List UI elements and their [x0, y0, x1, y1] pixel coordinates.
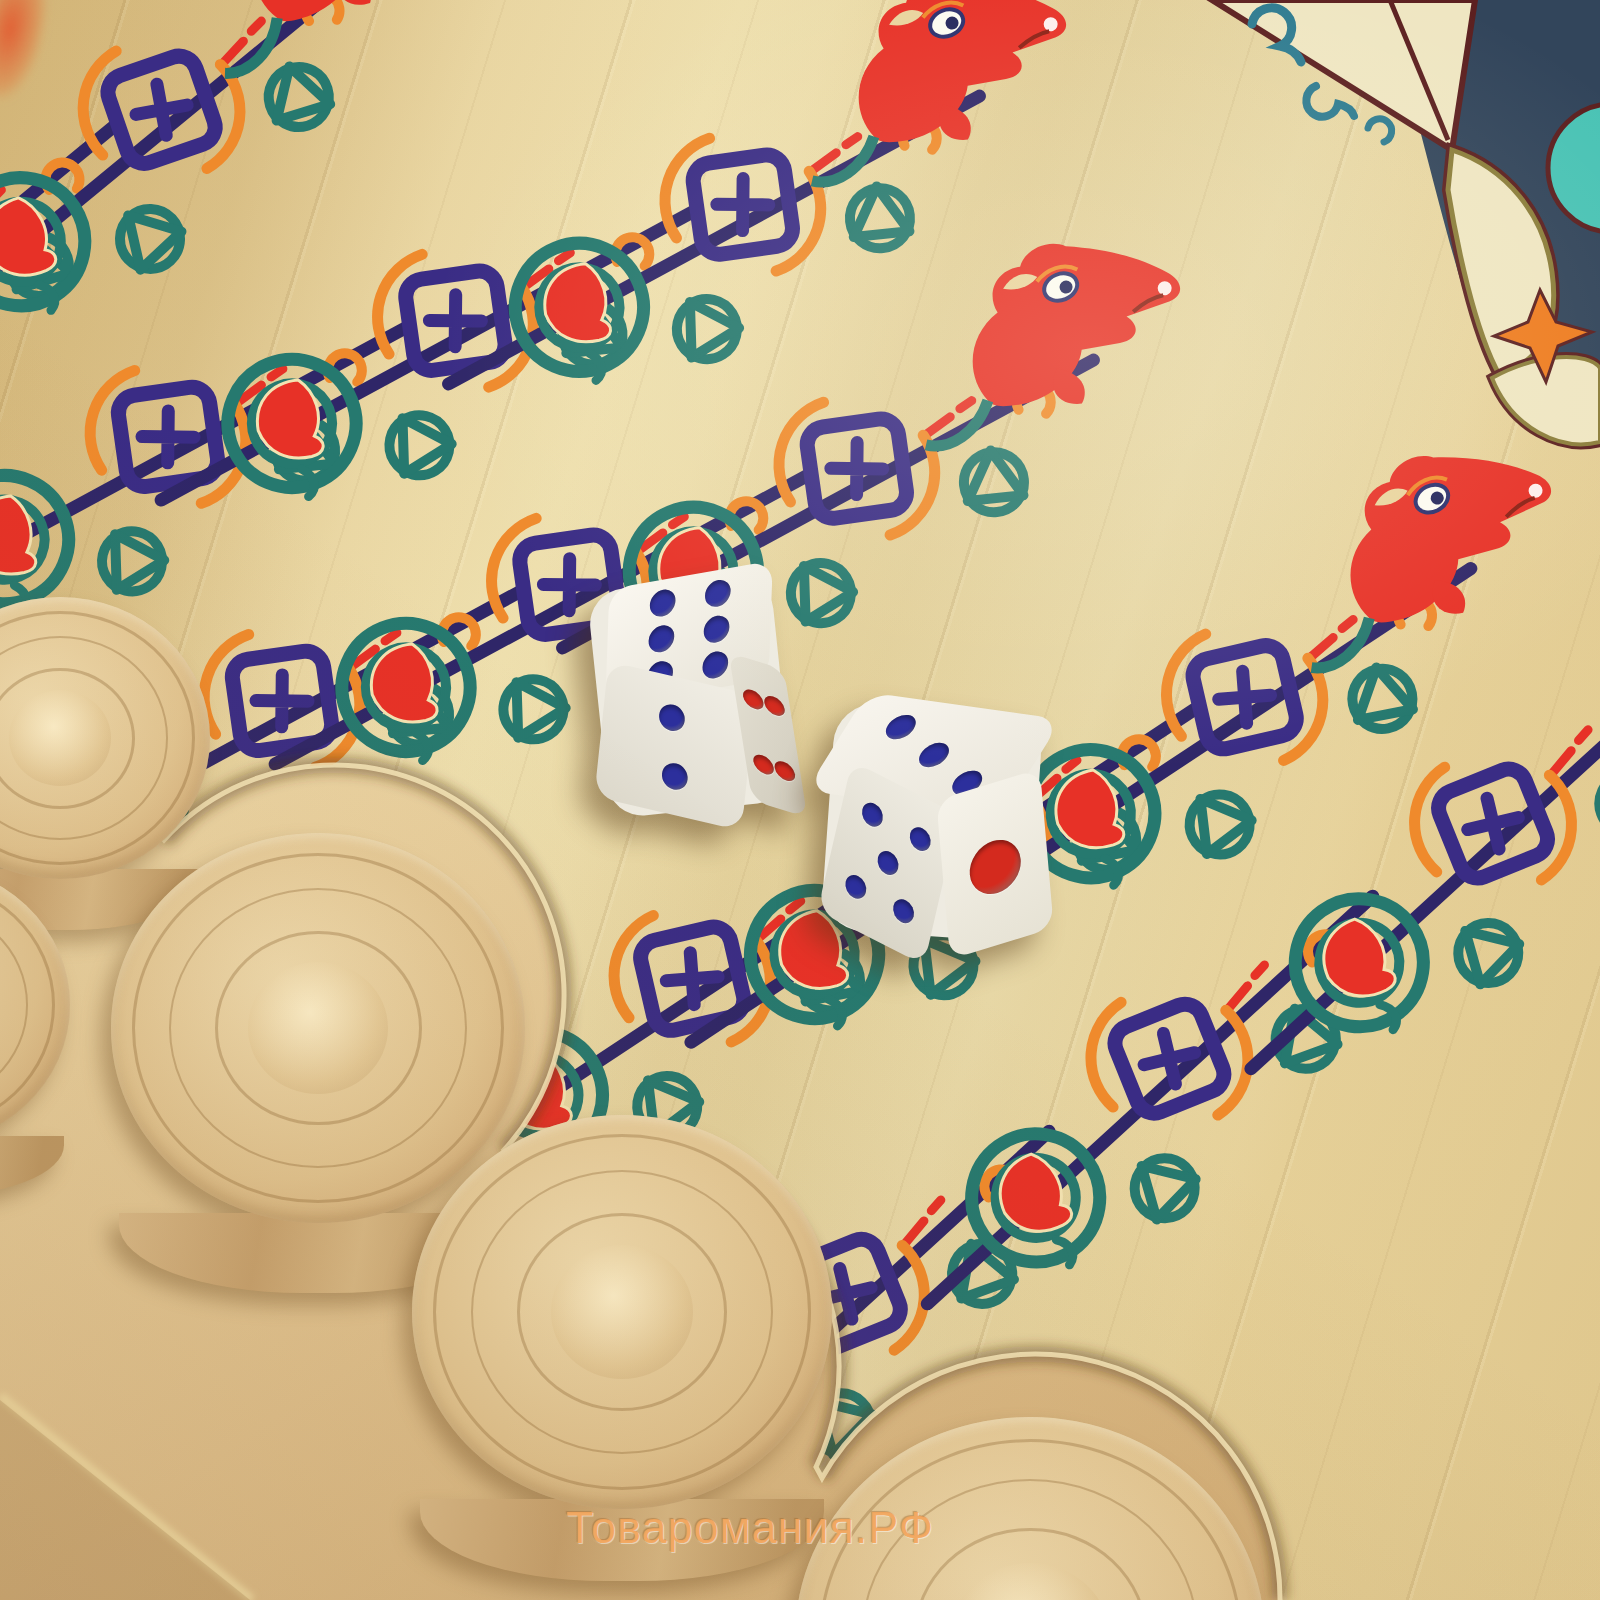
- die-pip-blue: [891, 895, 916, 927]
- die-pip-blue: [881, 713, 922, 741]
- die-pip-blue: [649, 588, 676, 619]
- die-pip-blue: [907, 823, 932, 855]
- die-pip-blue: [704, 614, 731, 645]
- die-pip-blue: [705, 578, 732, 609]
- die-pip-blue: [661, 761, 689, 793]
- die-pip-blue: [648, 623, 675, 654]
- watermark-text: Товаромания.РФ: [566, 1502, 934, 1554]
- die-pip-blue: [702, 649, 729, 680]
- checker-side: [0, 1136, 64, 1197]
- die-right[interactable]: [814, 690, 1052, 958]
- die-pip-red: [968, 834, 1023, 901]
- checker[interactable]: [0, 864, 70, 1197]
- die-pip-red: [752, 752, 775, 777]
- die-pip-blue: [914, 741, 955, 769]
- checker-dome: [248, 962, 389, 1094]
- die-pip-blue: [875, 847, 900, 879]
- checker-dome: [551, 1245, 694, 1379]
- die-right-side-face: [936, 768, 1054, 959]
- die-left[interactable]: [586, 566, 798, 824]
- board-photo: Товаромания.РФ: [0, 0, 1600, 1600]
- die-pip-blue: [658, 702, 686, 734]
- die-pip-red: [741, 687, 764, 712]
- checker-dome: [9, 690, 111, 786]
- die-pip-red: [763, 694, 786, 719]
- die-pip-blue: [860, 799, 885, 831]
- checker-top: [0, 864, 70, 1146]
- checker-top: [412, 1115, 832, 1510]
- die-pip-blue: [844, 871, 869, 903]
- die-pip-red: [774, 759, 797, 784]
